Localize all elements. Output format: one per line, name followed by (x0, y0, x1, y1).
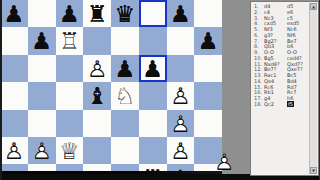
square-b3[interactable] (28, 110, 56, 137)
black-rook[interactable]: ♜♜ (83, 0, 111, 27)
square-a7[interactable]: ♟♟ (0, 0, 28, 27)
square-f5[interactable]: ♟♟ (139, 55, 167, 82)
white-rook[interactable]: ♜♖ (56, 27, 84, 54)
square-a3[interactable] (0, 110, 28, 137)
piece-outline: ♙ (83, 55, 111, 82)
square-a5[interactable] (0, 55, 28, 82)
piece-outline: ♟ (111, 55, 139, 82)
piece-outline: ♙ (0, 137, 28, 164)
white-pawn[interactable]: ♟♙ (167, 110, 195, 137)
piece-outline: ♖ (56, 27, 84, 54)
square-h4[interactable] (194, 82, 222, 109)
floating-white-pawn[interactable]: ♟ ♙ (210, 148, 238, 176)
square-d5[interactable]: ♟♙ (83, 55, 111, 82)
square-c5[interactable] (56, 55, 84, 82)
square-f3[interactable] (139, 110, 167, 137)
move-list[interactable]: 1.d4d52.c4e63.Nc3c54.cxd5exd55.Nf3Nc66.g… (252, 4, 310, 108)
piece-outline: ♕ (56, 137, 84, 164)
square-b5[interactable] (28, 55, 56, 82)
square-g7[interactable]: ♟♟ (167, 0, 195, 27)
square-g4[interactable]: ♟♙ (167, 82, 195, 109)
piece-outline: ♟ (28, 27, 56, 54)
square-g2[interactable]: ♟♙ (167, 137, 195, 164)
square-g3[interactable]: ♟♙ (167, 110, 195, 137)
piece-outline: ♟ (0, 0, 28, 27)
piece-outline: ♟ (56, 0, 84, 27)
square-c7[interactable]: ♟♟ (56, 0, 84, 27)
scrollbar-down-button[interactable]: ▼ (310, 167, 317, 174)
square-f7[interactable] (139, 0, 167, 27)
square-e6[interactable] (111, 27, 139, 54)
white-knight[interactable]: ♞♘ (111, 82, 139, 109)
selected-move[interactable]: f5 (287, 101, 294, 107)
scrollbar[interactable]: ▲ ▼ (309, 3, 317, 174)
square-h3[interactable] (194, 110, 222, 137)
video-frame: ♟♟♟♟♜♜♛♛♟♟♟♟♜♖♟♟♟♙♟♟♟♟♝♝♞♘♟♙♟♙♟♙♟♙♛♕♟♙♜♖… (0, 0, 320, 180)
piece-outline: ♘ (111, 82, 139, 109)
square-f6[interactable] (139, 27, 167, 54)
move-number: 18. (252, 102, 264, 108)
white-pawn[interactable]: ♟♙ (0, 137, 28, 164)
piece-outline: ♟ (194, 27, 222, 54)
square-d2[interactable] (83, 137, 111, 164)
square-c2[interactable]: ♛♕ (56, 137, 84, 164)
square-d6[interactable] (83, 27, 111, 54)
piece-outline: ♙ (28, 137, 56, 164)
black-pawn[interactable]: ♟♟ (167, 0, 195, 27)
square-f4[interactable] (139, 82, 167, 109)
black-pawn[interactable]: ♟♟ (0, 0, 28, 27)
video-left-edge (0, 0, 2, 180)
piece-outline: ♟ (167, 0, 195, 27)
move-list-panel: 1.d4d52.c4e63.Nc3c54.cxd5exd55.Nf3Nc66.g… (250, 1, 319, 176)
piece-outline: ♟ (139, 55, 167, 82)
square-e4[interactable]: ♞♘ (111, 82, 139, 109)
white-queen[interactable]: ♛♕ (56, 137, 84, 164)
black-queen[interactable]: ♛♛ (111, 0, 139, 27)
square-a2[interactable]: ♟♙ (0, 137, 28, 164)
black-pawn[interactable]: ♟♟ (194, 27, 222, 54)
square-e3[interactable] (111, 110, 139, 137)
square-b6[interactable]: ♟♟ (28, 27, 56, 54)
move-row: 18.Qc2f5 (252, 102, 310, 108)
piece-outline: ♙ (167, 137, 195, 164)
square-a4[interactable] (0, 82, 28, 109)
scrollbar-up-button[interactable]: ▲ (310, 3, 317, 10)
piece-outline: ♜ (83, 0, 111, 27)
black-pawn[interactable]: ♟♟ (56, 0, 84, 27)
square-h7[interactable] (194, 0, 222, 27)
square-e5[interactable]: ♟♟ (111, 55, 139, 82)
square-c6[interactable]: ♜♖ (56, 27, 84, 54)
square-f2[interactable] (139, 137, 167, 164)
square-c4[interactable] (56, 82, 84, 109)
square-e2[interactable] (111, 137, 139, 164)
square-b2[interactable]: ♟♙ (28, 137, 56, 164)
square-h6[interactable]: ♟♟ (194, 27, 222, 54)
square-c3[interactable] (56, 110, 84, 137)
square-a6[interactable] (0, 27, 28, 54)
square-e7[interactable]: ♛♛ (111, 0, 139, 27)
piece-outline: ♙ (167, 82, 195, 109)
black-pawn[interactable]: ♟♟ (28, 27, 56, 54)
white-pawn[interactable]: ♟♙ (167, 82, 195, 109)
square-g5[interactable] (167, 55, 195, 82)
square-d7[interactable]: ♜♜ (83, 0, 111, 27)
square-b4[interactable] (28, 82, 56, 109)
white-pawn[interactable]: ♟♙ (167, 137, 195, 164)
white-pawn[interactable]: ♟♙ (28, 137, 56, 164)
square-g6[interactable] (167, 27, 195, 54)
piece-outline: ♙ (167, 110, 195, 137)
pawn-outline: ♙ (210, 148, 238, 176)
square-h5[interactable] (194, 55, 222, 82)
black-bishop[interactable]: ♝♝ (83, 82, 111, 109)
black-pawn[interactable]: ♟♟ (139, 55, 167, 82)
chess-board[interactable]: ♟♟♟♟♜♜♛♛♟♟♟♟♜♖♟♟♟♙♟♟♟♟♝♝♞♘♟♙♟♙♟♙♟♙♛♕♟♙♜♖… (0, 0, 222, 180)
white-move[interactable]: Qc2 (264, 102, 287, 108)
piece-outline: ♝ (83, 82, 111, 109)
square-b7[interactable] (28, 0, 56, 27)
black-move[interactable]: f5 (287, 102, 310, 108)
square-d4[interactable]: ♝♝ (83, 82, 111, 109)
black-pawn[interactable]: ♟♟ (111, 55, 139, 82)
square-d3[interactable] (83, 110, 111, 137)
white-pawn[interactable]: ♟♙ (83, 55, 111, 82)
piece-outline: ♛ (111, 0, 139, 27)
